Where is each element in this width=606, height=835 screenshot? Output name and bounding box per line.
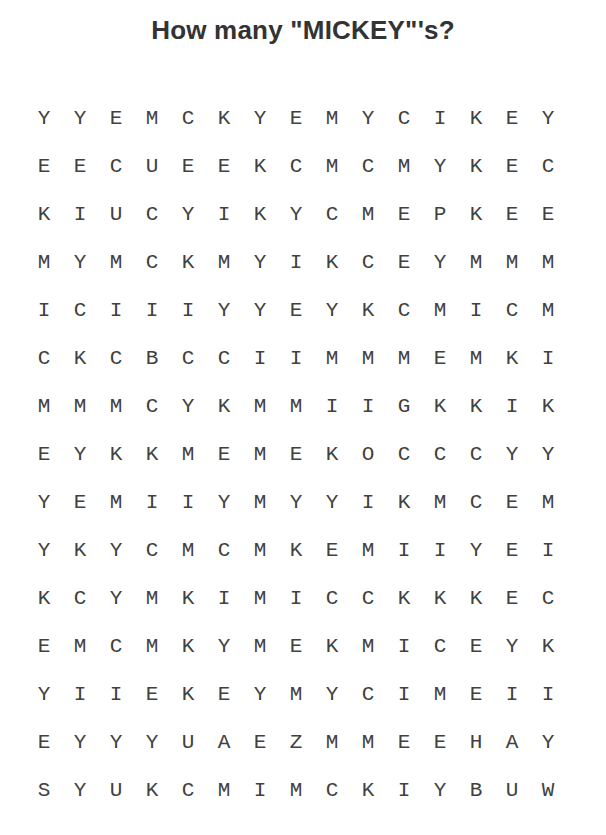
grid-cell: E xyxy=(26,430,62,478)
grid-cell: E xyxy=(386,718,422,766)
grid-cell: I xyxy=(170,478,206,526)
grid-cell: E xyxy=(422,718,458,766)
grid-cell: Y xyxy=(494,430,530,478)
grid-cell: M xyxy=(26,382,62,430)
grid-cell: K xyxy=(26,574,62,622)
grid-cell: E xyxy=(278,94,314,142)
grid-cell: K xyxy=(530,622,566,670)
word-search-grid: YYEMCKYEMYCIKEYEECUEEKCMCMYKECKIUCYIKYCM… xyxy=(26,94,566,814)
grid-cell: M xyxy=(242,382,278,430)
grid-cell: Y xyxy=(206,478,242,526)
grid-cell: K xyxy=(62,334,98,382)
grid-cell: Y xyxy=(458,526,494,574)
grid-cell: E xyxy=(386,238,422,286)
grid-cell: Y xyxy=(62,238,98,286)
grid-cell: M xyxy=(386,334,422,382)
grid-cell: I xyxy=(386,622,422,670)
grid-cell: Y xyxy=(170,190,206,238)
grid-cell: I xyxy=(350,478,386,526)
grid-cell: K xyxy=(26,190,62,238)
grid-cell: M xyxy=(422,670,458,718)
grid-cell: I xyxy=(62,190,98,238)
grid-cell: M xyxy=(530,238,566,286)
grid-cell: I xyxy=(386,766,422,814)
grid-cell: K xyxy=(278,526,314,574)
grid-cell: U xyxy=(494,766,530,814)
grid-cell: K xyxy=(494,334,530,382)
grid-cell: C xyxy=(26,334,62,382)
grid-cell: M xyxy=(62,382,98,430)
grid-cell: Y xyxy=(530,430,566,478)
grid-cell: M xyxy=(530,478,566,526)
grid-cell: C xyxy=(170,766,206,814)
grid-cell: Y xyxy=(278,478,314,526)
grid-cell: E xyxy=(26,718,62,766)
grid-cell: M xyxy=(242,526,278,574)
grid-cell: C xyxy=(98,334,134,382)
grid-cell: C xyxy=(350,670,386,718)
grid-cell: Y xyxy=(134,718,170,766)
grid-cell: I xyxy=(98,670,134,718)
grid-cell: K xyxy=(458,382,494,430)
grid-cell: I xyxy=(494,382,530,430)
grid-cell: K xyxy=(422,574,458,622)
grid-cell: Y xyxy=(278,190,314,238)
grid-cell: K xyxy=(242,142,278,190)
grid-cell: A xyxy=(494,718,530,766)
grid-cell: K xyxy=(350,766,386,814)
grid-cell: Y xyxy=(26,526,62,574)
grid-cell: C xyxy=(350,574,386,622)
grid-cell: Y xyxy=(314,670,350,718)
grid-cell: M xyxy=(530,286,566,334)
grid-cell: E xyxy=(458,622,494,670)
grid-cell: I xyxy=(350,382,386,430)
grid-cell: C xyxy=(62,286,98,334)
grid-cell: M xyxy=(422,286,458,334)
grid-cell: K xyxy=(314,430,350,478)
grid-cell: C xyxy=(422,430,458,478)
grid-cell: K xyxy=(386,574,422,622)
grid-cell: M xyxy=(278,766,314,814)
grid-cell: Y xyxy=(422,238,458,286)
grid-cell: Y xyxy=(350,94,386,142)
grid-cell: Y xyxy=(62,430,98,478)
grid-cell: M xyxy=(170,430,206,478)
grid-cell: M xyxy=(134,94,170,142)
grid-cell: C xyxy=(206,526,242,574)
grid-cell: E xyxy=(278,286,314,334)
grid-cell: K xyxy=(170,670,206,718)
grid-cell: M xyxy=(134,574,170,622)
grid-cell: M xyxy=(98,238,134,286)
grid-cell: M xyxy=(278,670,314,718)
grid-cell: I xyxy=(530,526,566,574)
grid-cell: M xyxy=(314,94,350,142)
grid-cell: K xyxy=(458,190,494,238)
grid-cell: M xyxy=(350,526,386,574)
grid-cell: M xyxy=(242,574,278,622)
grid-cell: E xyxy=(422,334,458,382)
grid-cell: E xyxy=(458,670,494,718)
grid-cell: I xyxy=(134,286,170,334)
grid-cell: K xyxy=(314,622,350,670)
grid-cell: M xyxy=(62,622,98,670)
grid-cell: S xyxy=(26,766,62,814)
grid-cell: C xyxy=(314,766,350,814)
grid-cell: Y xyxy=(530,94,566,142)
grid-cell: Y xyxy=(530,718,566,766)
grid-cell: W xyxy=(530,766,566,814)
grid-cell: Y xyxy=(62,766,98,814)
grid-cell: Z xyxy=(278,718,314,766)
grid-cell: I xyxy=(530,334,566,382)
grid-cell: H xyxy=(458,718,494,766)
grid-cell: C xyxy=(134,190,170,238)
grid-cell: B xyxy=(134,334,170,382)
grid-cell: C xyxy=(350,142,386,190)
grid-cell: K xyxy=(206,382,242,430)
grid-cell: E xyxy=(206,670,242,718)
grid-cell: C xyxy=(422,622,458,670)
grid-cell: Y xyxy=(26,478,62,526)
grid-cell: Y xyxy=(26,670,62,718)
grid-cell: E xyxy=(98,94,134,142)
grid-cell: C xyxy=(494,286,530,334)
grid-cell: K xyxy=(242,190,278,238)
grid-cell: Y xyxy=(314,478,350,526)
grid-cell: K xyxy=(386,478,422,526)
grid-cell: P xyxy=(422,190,458,238)
grid-cell: K xyxy=(314,238,350,286)
grid-cell: C xyxy=(62,574,98,622)
grid-cell: K xyxy=(458,574,494,622)
page: { "game": "word-search", "title": "How m… xyxy=(0,0,606,835)
grid-cell: I xyxy=(134,478,170,526)
grid-cell: M xyxy=(206,238,242,286)
grid-cell: E xyxy=(494,142,530,190)
grid-cell: C xyxy=(386,430,422,478)
grid-cell: C xyxy=(170,334,206,382)
puzzle-title: How many "MICKEY"'s? xyxy=(0,0,606,46)
grid-cell: Y xyxy=(98,526,134,574)
grid-cell: M xyxy=(134,622,170,670)
grid-cell: E xyxy=(26,142,62,190)
grid-cell: M xyxy=(422,478,458,526)
grid-cell: C xyxy=(170,94,206,142)
grid-cell: E xyxy=(62,478,98,526)
grid-cell: I xyxy=(278,238,314,286)
grid-cell: E xyxy=(494,478,530,526)
grid-cell: C xyxy=(386,94,422,142)
grid-cell: Y xyxy=(242,94,278,142)
grid-cell: C xyxy=(98,142,134,190)
grid-cell: U xyxy=(170,718,206,766)
grid-cell: M xyxy=(350,622,386,670)
grid-cell: M xyxy=(314,142,350,190)
grid-cell: Y xyxy=(62,718,98,766)
grid-cell: C xyxy=(314,574,350,622)
grid-cell: Y xyxy=(242,238,278,286)
grid-cell: M xyxy=(242,478,278,526)
grid-cell: I xyxy=(278,334,314,382)
grid-cell: Y xyxy=(422,766,458,814)
grid-cell: E xyxy=(278,622,314,670)
grid-cell: I xyxy=(242,334,278,382)
grid-cell: E xyxy=(62,142,98,190)
grid-cell: E xyxy=(494,574,530,622)
grid-cell: A xyxy=(206,718,242,766)
grid-cell: M xyxy=(386,142,422,190)
grid-cell: I xyxy=(170,286,206,334)
grid-cell: C xyxy=(278,142,314,190)
grid-cell: U xyxy=(98,766,134,814)
grid-cell: Y xyxy=(422,142,458,190)
grid-cell: K xyxy=(530,382,566,430)
grid-cell: E xyxy=(530,190,566,238)
grid-cell: M xyxy=(206,766,242,814)
grid-cell: I xyxy=(494,670,530,718)
grid-cell: M xyxy=(98,478,134,526)
grid-cell: C xyxy=(530,574,566,622)
grid-cell: E xyxy=(314,526,350,574)
grid-cell: U xyxy=(134,142,170,190)
grid-cell: Y xyxy=(206,286,242,334)
grid-cell: Y xyxy=(314,286,350,334)
grid-cell: I xyxy=(386,526,422,574)
grid-cell: M xyxy=(458,238,494,286)
grid-cell: K xyxy=(170,622,206,670)
grid-cell: B xyxy=(458,766,494,814)
grid-cell: M xyxy=(350,718,386,766)
grid-cell: E xyxy=(26,622,62,670)
grid-cell: K xyxy=(458,94,494,142)
grid-cell: I xyxy=(458,286,494,334)
grid-cell: Y xyxy=(242,286,278,334)
grid-cell: C xyxy=(530,142,566,190)
grid-cell: M xyxy=(350,334,386,382)
grid-cell: O xyxy=(350,430,386,478)
grid-cell: I xyxy=(278,574,314,622)
grid-cell: I xyxy=(206,574,242,622)
grid-cell: E xyxy=(242,718,278,766)
grid-cell: G xyxy=(386,382,422,430)
grid-cell: E xyxy=(278,430,314,478)
grid-cell: C xyxy=(134,526,170,574)
grid-cell: K xyxy=(98,430,134,478)
grid-cell: K xyxy=(350,286,386,334)
grid-cell: E xyxy=(386,190,422,238)
grid-cell: Y xyxy=(98,718,134,766)
grid-cell: E xyxy=(494,526,530,574)
grid-cell: I xyxy=(242,766,278,814)
grid-cell: Y xyxy=(242,670,278,718)
grid-cell: M xyxy=(350,190,386,238)
grid-cell: M xyxy=(26,238,62,286)
grid-cell: E xyxy=(494,190,530,238)
grid-cell: K xyxy=(422,382,458,430)
grid-cell: M xyxy=(494,238,530,286)
grid-cell: Y xyxy=(98,574,134,622)
grid-cell: Y xyxy=(170,382,206,430)
grid-cell: I xyxy=(26,286,62,334)
grid-cell: Y xyxy=(206,622,242,670)
grid-cell: I xyxy=(530,670,566,718)
grid-cell: E xyxy=(206,430,242,478)
grid-cell: Y xyxy=(62,94,98,142)
grid-cell: C xyxy=(386,286,422,334)
grid-cell: M xyxy=(314,718,350,766)
grid-cell: M xyxy=(458,334,494,382)
grid-cell: Y xyxy=(26,94,62,142)
grid-cell: I xyxy=(422,526,458,574)
grid-cell: I xyxy=(422,94,458,142)
grid-cell: C xyxy=(458,478,494,526)
grid-cell: I xyxy=(314,382,350,430)
grid-cell: K xyxy=(170,238,206,286)
grid-cell: K xyxy=(206,94,242,142)
grid-cell: M xyxy=(170,526,206,574)
grid-cell: C xyxy=(314,190,350,238)
grid-cell: M xyxy=(314,334,350,382)
grid-cell: Y xyxy=(494,622,530,670)
grid-cell: I xyxy=(98,286,134,334)
grid-cell: K xyxy=(62,526,98,574)
grid-cell: M xyxy=(278,382,314,430)
grid-cell: M xyxy=(242,430,278,478)
grid-cell: K xyxy=(170,574,206,622)
grid-cell: K xyxy=(134,430,170,478)
grid-cell: C xyxy=(206,334,242,382)
grid-cell: E xyxy=(206,142,242,190)
grid-cell: M xyxy=(242,622,278,670)
grid-cell: K xyxy=(458,142,494,190)
grid-cell: C xyxy=(134,382,170,430)
grid-cell: E xyxy=(494,94,530,142)
grid-cell: C xyxy=(98,622,134,670)
grid-cell: M xyxy=(98,382,134,430)
grid-cell: I xyxy=(206,190,242,238)
grid-cell: C xyxy=(350,238,386,286)
grid-cell: I xyxy=(62,670,98,718)
grid-cell: C xyxy=(134,238,170,286)
grid-cell: E xyxy=(134,670,170,718)
grid-cell: K xyxy=(134,766,170,814)
grid-cell: E xyxy=(170,142,206,190)
grid-cell: I xyxy=(386,670,422,718)
grid-cell: U xyxy=(98,190,134,238)
grid-cell: C xyxy=(458,430,494,478)
